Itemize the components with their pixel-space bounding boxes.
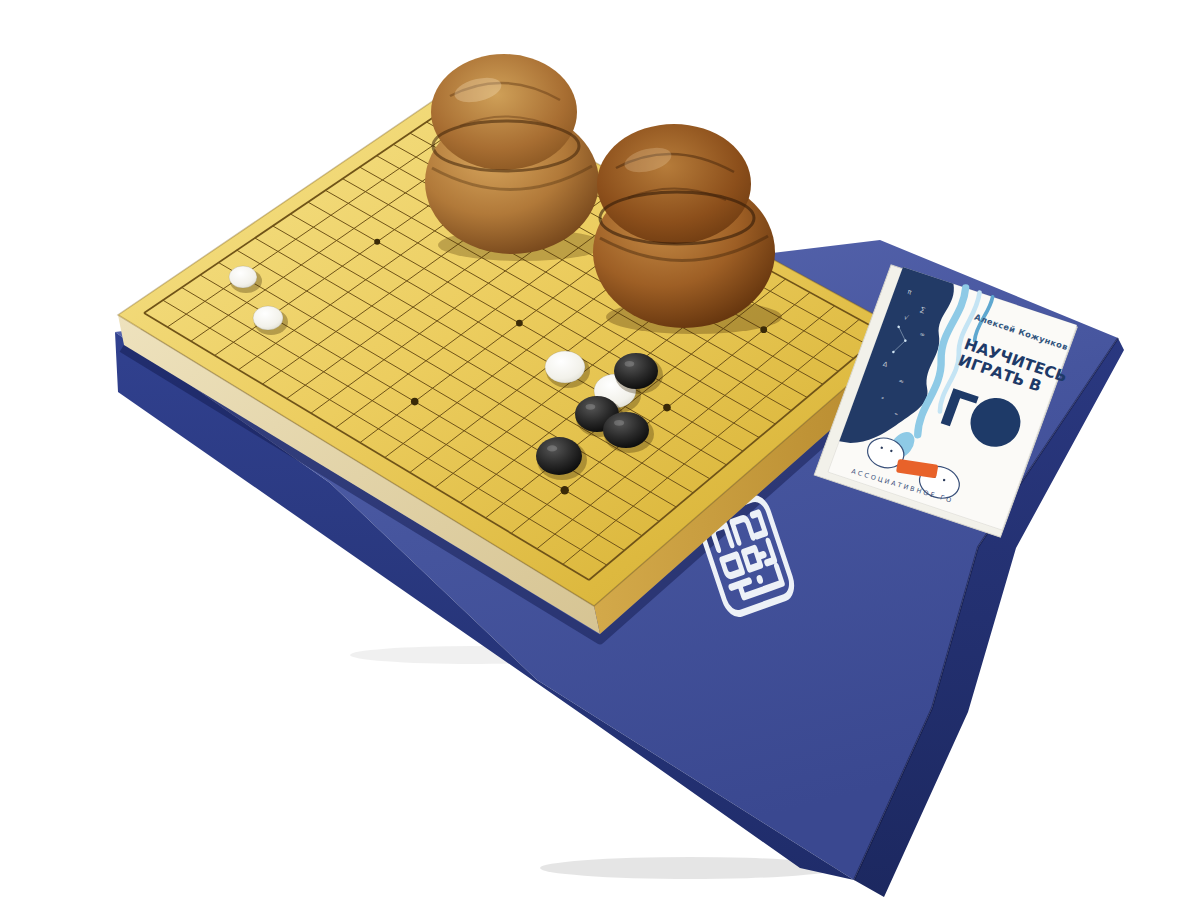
bowl-left-lid [431, 54, 577, 170]
white-stone[interactable] [229, 266, 257, 288]
black-stone[interactable] [603, 412, 649, 448]
white-stone[interactable] [545, 351, 585, 383]
stone-highlight [586, 404, 596, 410]
star-point [663, 404, 671, 412]
star-point [411, 398, 419, 406]
stone-highlight [614, 420, 624, 426]
stone-highlight [625, 361, 635, 367]
stone-highlight [547, 445, 557, 451]
go-set-product-photo: π∑√∞Δ≈∘⌁ Алексей Кожунков НАУЧИТЕСЬ ИГРА… [0, 0, 1200, 900]
black-stone[interactable] [614, 353, 658, 389]
white-stone[interactable] [253, 306, 283, 330]
black-stone[interactable] [536, 437, 582, 475]
scene-canvas: π∑√∞Δ≈∘⌁ Алексей Кожунков НАУЧИТЕСЬ ИГРА… [0, 0, 1200, 900]
bowl-right-lid [597, 124, 751, 244]
star-point [374, 239, 380, 245]
star-point [561, 486, 569, 494]
star-point [516, 320, 523, 327]
